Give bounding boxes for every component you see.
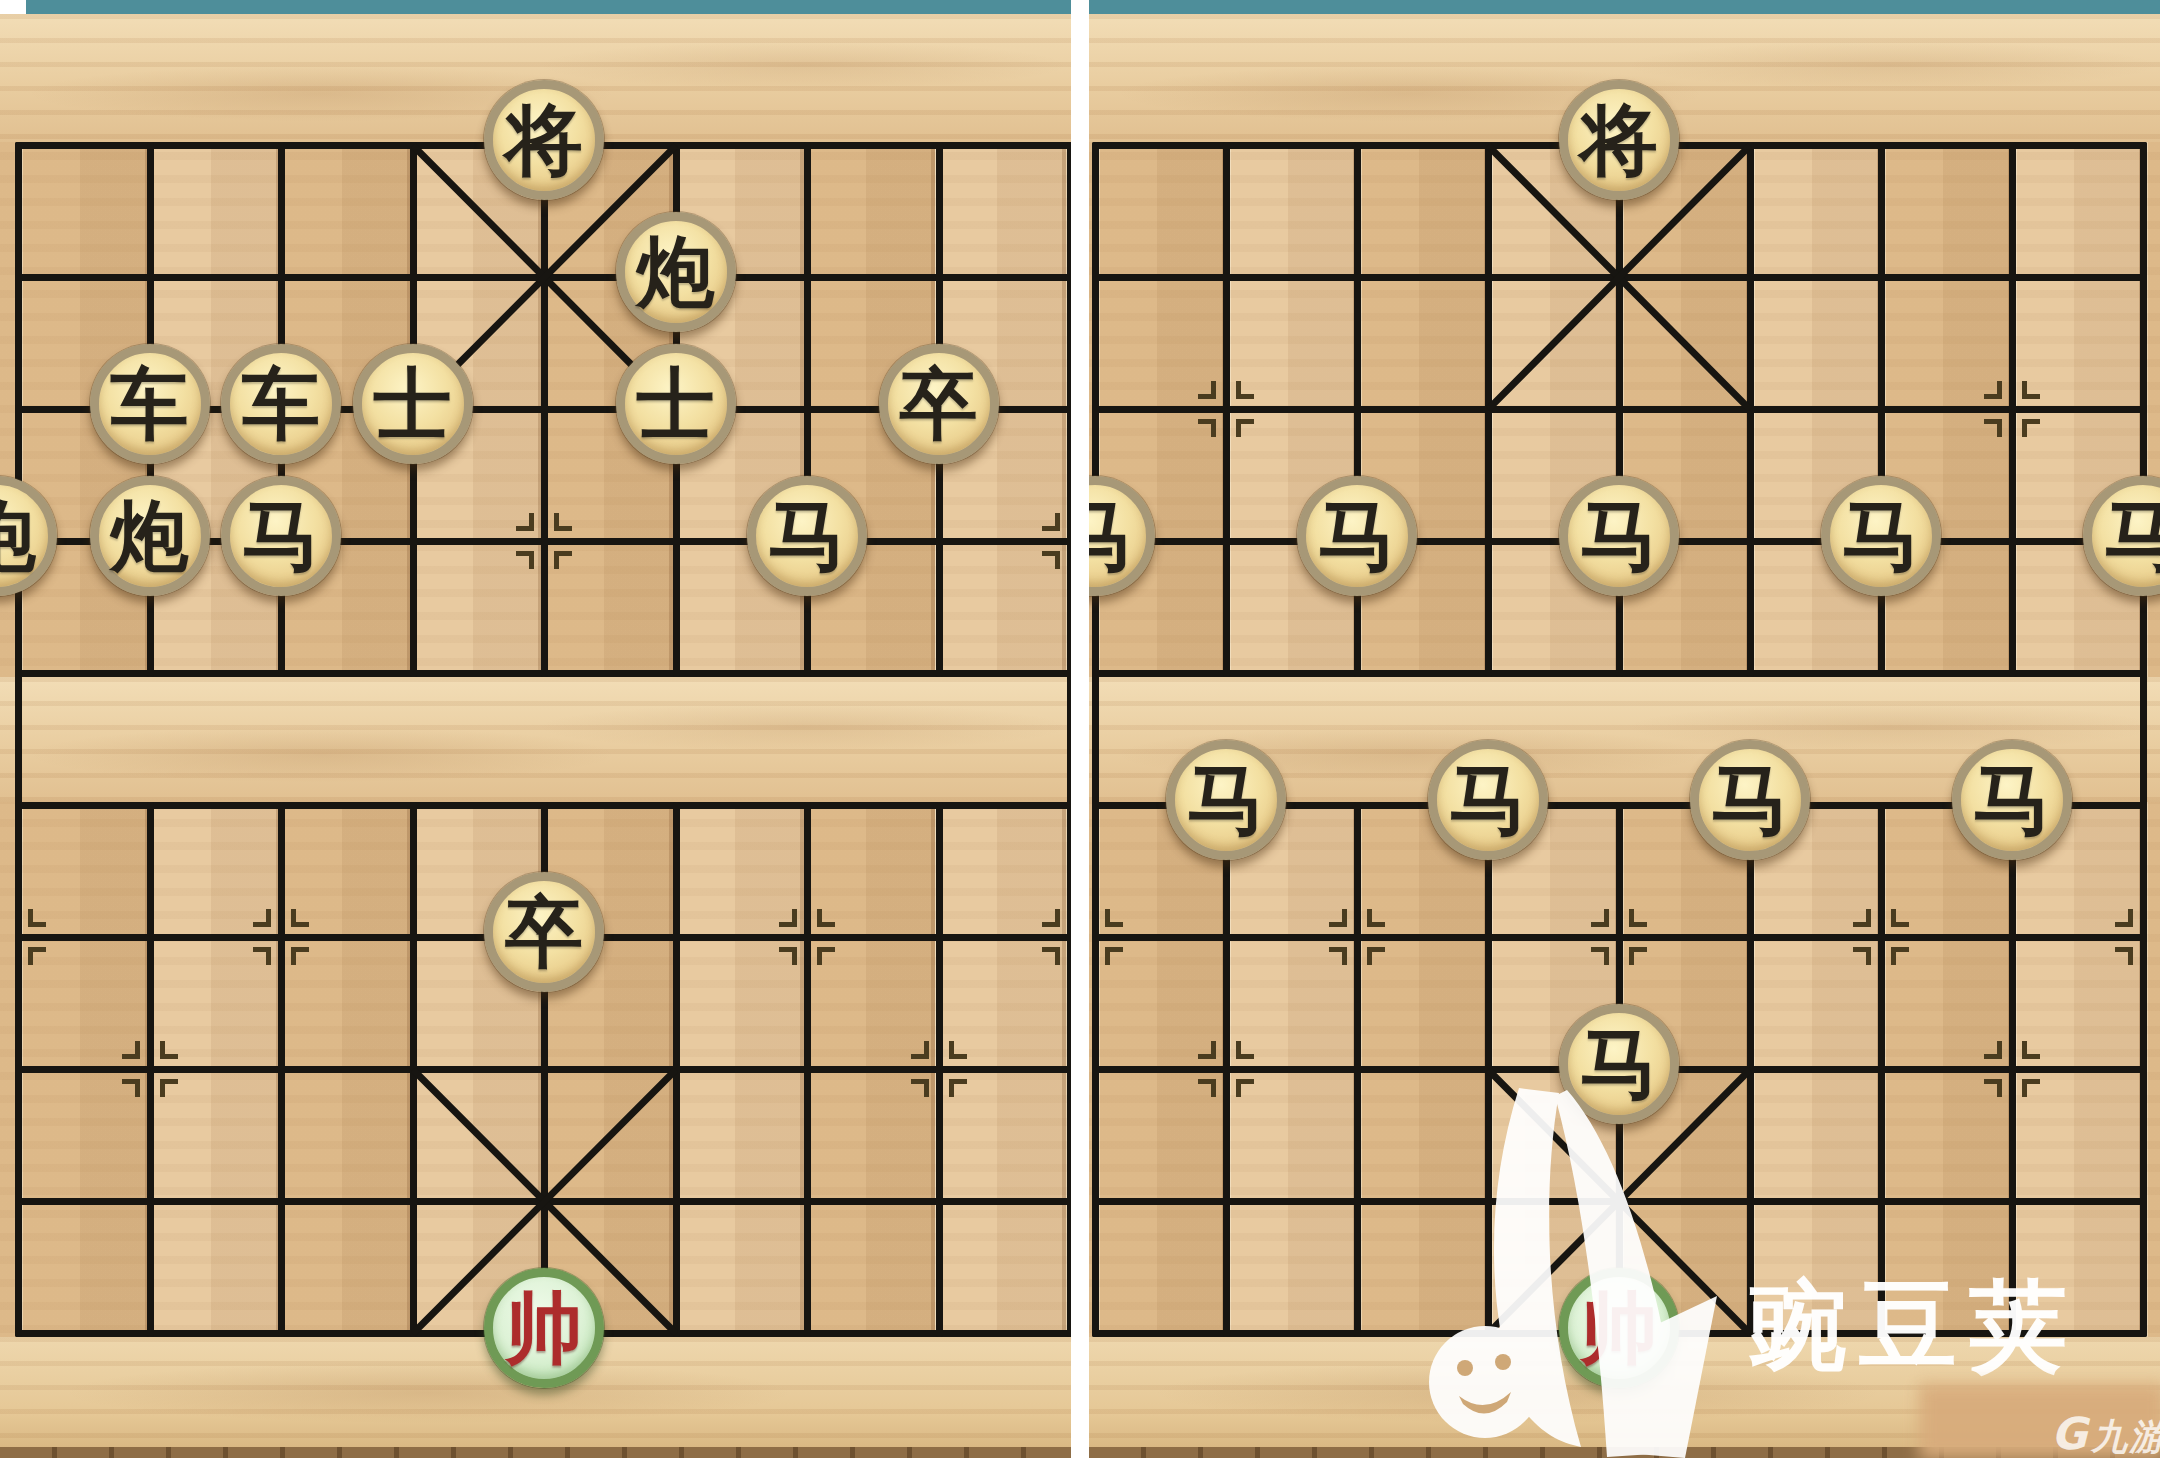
piece-soldier-black[interactable]: 卒 (879, 344, 999, 464)
piece-character: 马 (242, 497, 320, 575)
piece-general-black[interactable]: 将 (1559, 80, 1679, 200)
point-marker (1198, 381, 1216, 399)
board-file-line (1354, 142, 1361, 677)
piece-character: 马 (1187, 761, 1265, 839)
piece-advisor-black[interactable]: 士 (616, 344, 736, 464)
piece-soldier-black[interactable]: 卒 (484, 872, 604, 992)
piece-character: 马 (1973, 761, 2051, 839)
point-marker (1367, 909, 1385, 927)
piece-horse-black[interactable]: 马 (1559, 476, 1679, 596)
point-marker (1042, 909, 1060, 927)
piece-character: 马 (2104, 497, 2160, 575)
point-marker (291, 909, 309, 927)
piece-horse-black[interactable]: 马 (1690, 740, 1810, 860)
piece-character: 炮 (111, 497, 189, 575)
piece-character: 将 (505, 101, 583, 179)
piece-general-black[interactable]: 将 (484, 80, 604, 200)
point-marker (817, 947, 835, 965)
point-marker (2022, 1041, 2040, 1059)
piece-character: 马 (1842, 497, 1920, 575)
point-marker (1198, 1079, 1216, 1097)
board-file-line (1092, 142, 1099, 1337)
point-marker (1591, 947, 1609, 965)
point-marker (911, 1041, 929, 1059)
point-marker (1042, 551, 1060, 569)
board-file-line (1223, 802, 1230, 1337)
point-marker (1629, 909, 1647, 927)
piece-horse-black[interactable]: 马 (1821, 476, 1941, 596)
9game-watermark: G九游 (2051, 1408, 2160, 1458)
piece-cannon-black[interactable]: 炮 (616, 212, 736, 332)
piece-horse-black[interactable]: 马 (1166, 740, 1286, 860)
piece-character: 马 (1318, 497, 1396, 575)
piece-horse-black[interactable]: 马 (1428, 740, 1548, 860)
point-marker (949, 1079, 967, 1097)
point-marker (1329, 947, 1347, 965)
point-marker (1236, 1079, 1254, 1097)
board-file-line (1878, 142, 1885, 677)
point-marker (1629, 947, 1647, 965)
point-marker (516, 513, 534, 531)
board-file-line (2009, 142, 2016, 677)
point-marker (1853, 909, 1871, 927)
board-file-line (15, 142, 22, 1337)
piece-horse-black[interactable]: 马 (1297, 476, 1417, 596)
point-marker (160, 1041, 178, 1059)
point-marker (28, 909, 46, 927)
board-file-line (278, 802, 285, 1337)
point-marker (911, 1079, 929, 1097)
piece-advisor-black[interactable]: 士 (353, 344, 473, 464)
point-marker (1105, 947, 1123, 965)
piece-cannon-black[interactable]: 炮 (90, 476, 210, 596)
point-marker (779, 947, 797, 965)
point-marker (1042, 947, 1060, 965)
point-marker (1236, 419, 1254, 437)
point-marker (1891, 947, 1909, 965)
point-marker (1329, 909, 1347, 927)
point-marker (1105, 909, 1123, 927)
point-marker (2022, 381, 2040, 399)
point-marker (2022, 419, 2040, 437)
piece-character: 马 (1089, 497, 1134, 575)
piece-character: 马 (1449, 761, 1527, 839)
board-file-line (804, 802, 811, 1337)
point-marker (1042, 513, 1060, 531)
piece-character: 卒 (900, 365, 978, 443)
piece-character: 炮 (0, 497, 36, 575)
piece-character: 将 (1580, 101, 1658, 179)
xiangqi-board-right[interactable]: 豌豆荚 G九游 将马马马马马马马马马马帅 (1089, 0, 2160, 1458)
piece-horse-black[interactable]: 马 (1952, 740, 2072, 860)
panel-divider (1071, 0, 1089, 1458)
point-marker (253, 947, 271, 965)
piece-character: 士 (374, 365, 452, 443)
point-marker (779, 909, 797, 927)
piece-character: 马 (1580, 1025, 1658, 1103)
point-marker (122, 1041, 140, 1059)
screen-corner-notch (0, 0, 26, 14)
point-marker (554, 513, 572, 531)
piece-horse-black[interactable]: 马 (221, 476, 341, 596)
board-file-line (804, 142, 811, 677)
piece-general-red[interactable]: 帅 (1559, 1268, 1679, 1388)
screenshot-stage: 将炮车车士士卒炮炮马马卒帅 豌豆荚 G九游 将马马马马马马马马马马帅 (0, 0, 2160, 1458)
point-marker (122, 1079, 140, 1097)
point-marker (1198, 419, 1216, 437)
point-marker (1984, 1079, 2002, 1097)
point-marker (1984, 1041, 2002, 1059)
piece-character: 帅 (505, 1289, 583, 1367)
board-file-line (1223, 142, 1230, 677)
point-marker (2022, 1079, 2040, 1097)
piece-character: 车 (242, 365, 320, 443)
board-file-line (147, 802, 154, 1337)
piece-horse-black[interactable]: 马 (747, 476, 867, 596)
piece-horse-black[interactable]: 马 (1559, 1004, 1679, 1124)
piece-chariot-black[interactable]: 车 (90, 344, 210, 464)
point-marker (160, 1079, 178, 1097)
point-marker (817, 909, 835, 927)
piece-character: 士 (637, 365, 715, 443)
point-marker (1236, 1041, 1254, 1059)
point-marker (1891, 909, 1909, 927)
board-file-line (1616, 142, 1623, 677)
board-file-line (936, 802, 943, 1337)
point-marker (2115, 909, 2133, 927)
piece-character: 帅 (1580, 1289, 1658, 1367)
point-marker (554, 551, 572, 569)
river-band (0, 677, 1071, 802)
point-marker (2115, 947, 2133, 965)
point-marker (1367, 947, 1385, 965)
9game-logo-icon: G (2051, 1408, 2089, 1458)
piece-chariot-black[interactable]: 车 (221, 344, 341, 464)
wandoujia-watermark-text: 豌豆荚 (1749, 1262, 2160, 1394)
xiangqi-board-left[interactable]: 将炮车车士士卒炮炮马马卒帅 (0, 0, 1071, 1458)
point-marker (1236, 381, 1254, 399)
point-marker (1853, 947, 1871, 965)
piece-general-red[interactable]: 帅 (484, 1268, 604, 1388)
piece-character: 马 (1580, 497, 1658, 575)
piece-character: 马 (1711, 761, 1789, 839)
point-marker (1198, 1041, 1216, 1059)
point-marker (516, 551, 534, 569)
point-marker (253, 909, 271, 927)
piece-character: 卒 (505, 893, 583, 971)
9game-text: 九游 (2091, 1416, 2160, 1457)
board-file-line (1354, 802, 1361, 1337)
piece-character: 车 (111, 365, 189, 443)
status-bar (0, 0, 1071, 14)
point-marker (291, 947, 309, 965)
status-bar (1089, 0, 2160, 14)
point-marker (1591, 909, 1609, 927)
board-file-line (541, 142, 548, 677)
board-file-line (2009, 802, 2016, 1337)
piece-character: 炮 (637, 233, 715, 311)
point-marker (1984, 381, 2002, 399)
point-marker (28, 947, 46, 965)
piece-character: 马 (768, 497, 846, 575)
board-file-line (1878, 802, 1885, 1337)
point-marker (1984, 419, 2002, 437)
point-marker (949, 1041, 967, 1059)
board-file-line (2140, 142, 2147, 1337)
table-edge-strip (0, 1447, 1071, 1458)
